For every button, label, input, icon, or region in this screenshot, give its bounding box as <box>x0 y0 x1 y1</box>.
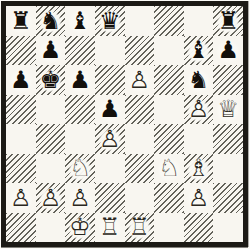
white-pawn-b2: ♙ <box>36 183 66 213</box>
chess-diagram: ♜♞♝♛♜♟♝♟♟♚♟♙♞♟♙♕♙♘♘♗♙♙♙♙♔♖♖ <box>0 0 250 249</box>
square-c2[interactable]: ♙ <box>65 183 95 213</box>
square-h5[interactable]: ♕ <box>213 95 243 125</box>
square-b1[interactable] <box>36 213 66 243</box>
black-pawn-h7: ♟ <box>213 36 243 66</box>
square-d4[interactable]: ♙ <box>95 124 125 154</box>
board-frame: ♜♞♝♛♜♟♝♟♟♚♟♙♞♟♙♕♙♘♘♗♙♙♙♙♔♖♖ <box>1 1 248 247</box>
square-b4[interactable] <box>36 124 66 154</box>
square-e4[interactable] <box>125 124 155 154</box>
black-pawn-c6: ♟ <box>65 65 95 95</box>
square-c6[interactable]: ♟ <box>65 65 95 95</box>
square-a1[interactable] <box>6 213 36 243</box>
square-b2[interactable]: ♙ <box>36 183 66 213</box>
square-e7[interactable] <box>125 36 155 66</box>
black-rook-h8: ♜ <box>213 6 243 36</box>
white-bishop-g3: ♗ <box>184 154 214 184</box>
square-f6[interactable] <box>154 65 184 95</box>
square-d1[interactable]: ♖ <box>95 213 125 243</box>
square-b6[interactable]: ♚ <box>36 65 66 95</box>
square-e3[interactable] <box>125 154 155 184</box>
square-f5[interactable] <box>154 95 184 125</box>
square-g4[interactable] <box>184 124 214 154</box>
square-a4[interactable] <box>6 124 36 154</box>
black-knight-b8: ♞ <box>36 6 66 36</box>
white-knight-c3: ♘ <box>65 154 95 184</box>
black-queen-d8: ♛ <box>95 6 125 36</box>
white-pawn-d4: ♙ <box>95 124 125 154</box>
square-c7[interactable] <box>65 36 95 66</box>
square-g1[interactable] <box>184 213 214 243</box>
black-knight-g6: ♞ <box>184 65 214 95</box>
square-d8[interactable]: ♛ <box>95 6 125 36</box>
white-king-c1: ♔ <box>65 213 95 243</box>
square-f2[interactable] <box>154 183 184 213</box>
square-f1[interactable] <box>154 213 184 243</box>
white-pawn-g5: ♙ <box>184 95 214 125</box>
white-pawn-c2: ♙ <box>65 183 95 213</box>
black-pawn-d5: ♟ <box>95 95 125 125</box>
square-b8[interactable]: ♞ <box>36 6 66 36</box>
square-b7[interactable]: ♟ <box>36 36 66 66</box>
square-g2[interactable]: ♙ <box>184 183 214 213</box>
square-h2[interactable] <box>213 183 243 213</box>
square-d6[interactable] <box>95 65 125 95</box>
black-pawn-b7: ♟ <box>36 36 66 66</box>
white-queen-h5: ♕ <box>213 95 243 125</box>
square-d3[interactable] <box>95 154 125 184</box>
white-pawn-g2: ♙ <box>184 183 214 213</box>
square-e2[interactable] <box>125 183 155 213</box>
square-g5[interactable]: ♙ <box>184 95 214 125</box>
square-g3[interactable]: ♗ <box>184 154 214 184</box>
square-b3[interactable] <box>36 154 66 184</box>
square-d2[interactable] <box>95 183 125 213</box>
square-h1[interactable] <box>213 213 243 243</box>
black-rook-a8: ♜ <box>6 6 36 36</box>
square-e6[interactable]: ♙ <box>125 65 155 95</box>
white-pawn-e6: ♙ <box>125 65 155 95</box>
square-b5[interactable] <box>36 95 66 125</box>
square-c8[interactable]: ♝ <box>65 6 95 36</box>
square-c1[interactable]: ♔ <box>65 213 95 243</box>
square-a7[interactable] <box>6 36 36 66</box>
square-g8[interactable] <box>184 6 214 36</box>
square-a3[interactable] <box>6 154 36 184</box>
square-h6[interactable] <box>213 65 243 95</box>
square-a2[interactable]: ♙ <box>6 183 36 213</box>
square-f4[interactable] <box>154 124 184 154</box>
square-g6[interactable]: ♞ <box>184 65 214 95</box>
square-h7[interactable]: ♟ <box>213 36 243 66</box>
square-d5[interactable]: ♟ <box>95 95 125 125</box>
square-a5[interactable] <box>6 95 36 125</box>
square-c3[interactable]: ♘ <box>65 154 95 184</box>
black-pawn-a6: ♟ <box>6 65 36 95</box>
square-h4[interactable] <box>213 124 243 154</box>
square-f7[interactable] <box>154 36 184 66</box>
white-rook-e1: ♖ <box>125 213 155 243</box>
square-e1[interactable]: ♖ <box>125 213 155 243</box>
square-e8[interactable] <box>125 6 155 36</box>
white-pawn-a2: ♙ <box>6 183 36 213</box>
black-king-b6: ♚ <box>36 65 66 95</box>
square-f3[interactable]: ♘ <box>154 154 184 184</box>
square-h3[interactable] <box>213 154 243 184</box>
square-g7[interactable]: ♝ <box>184 36 214 66</box>
chess-board: ♜♞♝♛♜♟♝♟♟♚♟♙♞♟♙♕♙♘♘♗♙♙♙♙♔♖♖ <box>6 6 243 242</box>
square-a6[interactable]: ♟ <box>6 65 36 95</box>
square-f8[interactable] <box>154 6 184 36</box>
square-a8[interactable]: ♜ <box>6 6 36 36</box>
black-bishop-g7: ♝ <box>184 36 214 66</box>
square-e5[interactable] <box>125 95 155 125</box>
square-h8[interactable]: ♜ <box>213 6 243 36</box>
white-rook-d1: ♖ <box>95 213 125 243</box>
black-bishop-c8: ♝ <box>65 6 95 36</box>
square-c5[interactable] <box>65 95 95 125</box>
square-d7[interactable] <box>95 36 125 66</box>
square-c4[interactable] <box>65 124 95 154</box>
white-knight-f3: ♘ <box>154 154 184 184</box>
